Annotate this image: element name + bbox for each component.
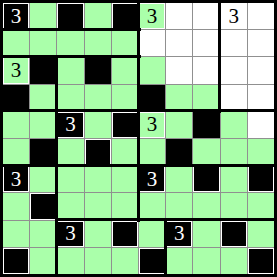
cell-r5c6[interactable]: [166, 139, 192, 165]
cell-r6c4[interactable]: [112, 166, 138, 192]
cell-r0c2[interactable]: [57, 3, 83, 29]
cell-r0c5[interactable]: 3: [139, 3, 165, 29]
cell-r8c5[interactable]: [139, 221, 165, 247]
cell-r5c1[interactable]: [30, 139, 56, 165]
cell-r1c1[interactable]: [30, 30, 56, 56]
cell-r9c5[interactable]: [139, 248, 165, 274]
cell-r4c0[interactable]: [3, 112, 29, 138]
cell-r1c5[interactable]: [139, 30, 165, 56]
cell-r8c4[interactable]: [112, 221, 138, 247]
cell-r3c3[interactable]: [85, 85, 111, 111]
cell-r6c9[interactable]: [248, 166, 274, 192]
cell-r7c4[interactable]: [112, 193, 138, 219]
cell-r3c7[interactable]: [193, 85, 219, 111]
room-clue: 3: [147, 6, 158, 27]
cell-r3c0[interactable]: [3, 85, 29, 111]
cell-r2c9[interactable]: [248, 57, 274, 83]
cell-r5c8[interactable]: [221, 139, 247, 165]
cell-r8c8[interactable]: [221, 221, 247, 247]
cell-r3c8[interactable]: [221, 85, 247, 111]
cell-r0c3[interactable]: [85, 3, 111, 29]
cell-r8c6[interactable]: 3: [166, 221, 192, 247]
cell-r8c7[interactable]: [193, 221, 219, 247]
cell-r7c5[interactable]: [139, 193, 165, 219]
cell-r9c0[interactable]: [3, 248, 29, 274]
cell-r4c3[interactable]: [85, 112, 111, 138]
cell-r6c3[interactable]: [85, 166, 111, 192]
room-clue: 3: [174, 223, 185, 244]
cell-grid: 3333333333: [3, 3, 274, 274]
cell-r7c0[interactable]: [3, 193, 29, 219]
cell-r2c5[interactable]: [139, 57, 165, 83]
cell-r4c2[interactable]: 3: [57, 112, 83, 138]
cell-r0c9[interactable]: [248, 3, 274, 29]
cell-r9c3[interactable]: [85, 248, 111, 274]
cell-r3c6[interactable]: [166, 85, 192, 111]
cell-r1c3[interactable]: [85, 30, 111, 56]
room-clue: 3: [65, 223, 76, 244]
cell-r5c0[interactable]: [3, 139, 29, 165]
cell-r1c7[interactable]: [193, 30, 219, 56]
cell-r7c3[interactable]: [85, 193, 111, 219]
cell-r8c1[interactable]: [30, 221, 56, 247]
cell-r2c0[interactable]: 3: [3, 57, 29, 83]
cell-r0c7[interactable]: [193, 3, 219, 29]
cell-r1c8[interactable]: [221, 30, 247, 56]
room-clue: 3: [11, 6, 22, 27]
room-clue: 3: [11, 169, 22, 190]
cell-r9c8[interactable]: [221, 248, 247, 274]
cell-r3c1[interactable]: [30, 85, 56, 111]
cell-r0c8[interactable]: 3: [221, 3, 247, 29]
cell-r7c6[interactable]: [166, 193, 192, 219]
room-clue: 3: [65, 114, 76, 135]
cell-r6c7[interactable]: [193, 166, 219, 192]
cell-r4c7[interactable]: [193, 112, 219, 138]
cell-r5c7[interactable]: [193, 139, 219, 165]
cell-r5c2[interactable]: [57, 139, 83, 165]
cell-r4c4[interactable]: [112, 112, 138, 138]
cell-r3c9[interactable]: [248, 85, 274, 111]
cell-r8c9[interactable]: [248, 221, 274, 247]
cell-r5c3[interactable]: [85, 139, 111, 165]
cell-r5c5[interactable]: [139, 139, 165, 165]
cell-r4c6[interactable]: [166, 112, 192, 138]
cell-r6c0[interactable]: 3: [3, 166, 29, 192]
cell-r9c7[interactable]: [193, 248, 219, 274]
cell-r9c2[interactable]: [57, 248, 83, 274]
cell-r2c8[interactable]: [221, 57, 247, 83]
cell-r3c4[interactable]: [112, 85, 138, 111]
cell-r4c1[interactable]: [30, 112, 56, 138]
cell-r6c2[interactable]: [57, 166, 83, 192]
cell-r1c4[interactable]: [112, 30, 138, 56]
cell-r0c0[interactable]: 3: [3, 3, 29, 29]
cell-r4c5[interactable]: 3: [139, 112, 165, 138]
cell-r7c1[interactable]: [30, 193, 56, 219]
cell-r1c2[interactable]: [57, 30, 83, 56]
cell-r1c6[interactable]: [166, 30, 192, 56]
cell-r0c1[interactable]: [30, 3, 56, 29]
cell-r9c1[interactable]: [30, 248, 56, 274]
cell-r4c8[interactable]: [221, 112, 247, 138]
cell-r2c4[interactable]: [112, 57, 138, 83]
room-clue: 3: [228, 6, 239, 27]
cell-r9c9[interactable]: [248, 248, 274, 274]
cell-r8c2[interactable]: 3: [57, 221, 83, 247]
cell-r6c6[interactable]: [166, 166, 192, 192]
cell-r2c3[interactable]: [85, 57, 111, 83]
cell-r8c3[interactable]: [85, 221, 111, 247]
cell-r6c5[interactable]: 3: [139, 166, 165, 192]
cell-r8c0[interactable]: [3, 221, 29, 247]
cell-r3c2[interactable]: [57, 85, 83, 111]
cell-r0c6[interactable]: [166, 3, 192, 29]
cell-r7c8[interactable]: [221, 193, 247, 219]
cell-r5c9[interactable]: [248, 139, 274, 165]
cell-r4c9[interactable]: [248, 112, 274, 138]
cell-r2c1[interactable]: [30, 57, 56, 83]
cell-r0c4[interactable]: [112, 3, 138, 29]
cell-r9c6[interactable]: [166, 248, 192, 274]
cell-r2c7[interactable]: [193, 57, 219, 83]
cell-r7c2[interactable]: [57, 193, 83, 219]
cell-r7c9[interactable]: [248, 193, 274, 219]
room-clue: 3: [147, 114, 158, 135]
cell-r2c6[interactable]: [166, 57, 192, 83]
room-clue: 3: [11, 60, 22, 81]
cell-r2c2[interactable]: [57, 57, 83, 83]
cell-r9c4[interactable]: [112, 248, 138, 274]
cell-r6c8[interactable]: [221, 166, 247, 192]
heyawake-board: 3333333333: [0, 0, 277, 277]
cell-r7c7[interactable]: [193, 193, 219, 219]
cell-r3c5[interactable]: [139, 85, 165, 111]
cell-r6c1[interactable]: [30, 166, 56, 192]
cell-r5c4[interactable]: [112, 139, 138, 165]
room-clue: 3: [147, 169, 158, 190]
cell-r1c9[interactable]: [248, 30, 274, 56]
cell-r1c0[interactable]: [3, 30, 29, 56]
